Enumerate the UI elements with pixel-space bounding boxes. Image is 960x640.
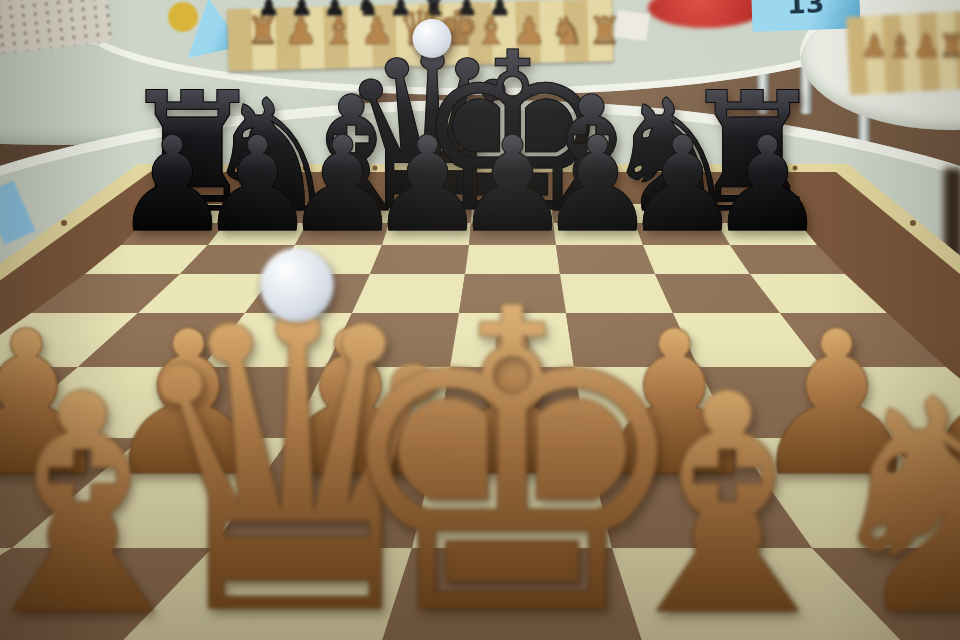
piece-white-n-g1[interactable]: ♞ (795, 361, 960, 640)
piece-black-p-h7[interactable]: ♟ (702, 119, 833, 250)
p-glyph: ♟ (702, 119, 833, 250)
n-glyph: ♞ (795, 361, 960, 640)
tournament-room-photo: 13 ♟♟♟♞♟♜♟♟♜♟♝♟♛♚♝♟♞♜ ♟♝♟♜ ♜♞♝♛♚♝♞♜♟♟♟♟♟… (0, 0, 960, 640)
pieces-layer: ♜♞♝♛♚♝♞♜♟♟♟♟♟♟♟♟♟♟♟♟♟♟♟♟♜♞♝♛♚♝♞♜ (0, 0, 960, 640)
